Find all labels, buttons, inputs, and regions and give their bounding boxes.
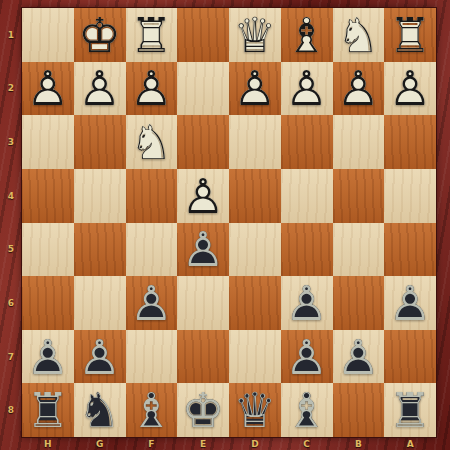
black-king[interactable]: ♚♔ xyxy=(177,383,229,437)
square-e3[interactable] xyxy=(177,115,229,169)
piece-glyph-outline: ♙ xyxy=(285,333,328,381)
square-c2[interactable]: ♟♙ xyxy=(281,62,333,116)
file-label-d: D xyxy=(229,437,281,450)
square-d5[interactable] xyxy=(229,223,281,277)
square-b8[interactable] xyxy=(333,383,385,437)
square-h4[interactable] xyxy=(22,169,74,223)
black-rook[interactable]: ♜♖ xyxy=(22,383,74,437)
square-b6[interactable] xyxy=(333,276,385,330)
black-bishop[interactable]: ♝♗ xyxy=(281,383,333,437)
rank-labels: 12345678 xyxy=(0,8,22,437)
square-f1[interactable]: ♜♖ xyxy=(126,8,178,62)
white-pawn[interactable]: ♟♙ xyxy=(281,62,333,116)
square-d6[interactable] xyxy=(229,276,281,330)
file-label-b: B xyxy=(333,437,385,450)
piece-glyph-outline: ♙ xyxy=(285,64,328,112)
square-h6[interactable] xyxy=(22,276,74,330)
square-e6[interactable] xyxy=(177,276,229,330)
square-c5[interactable] xyxy=(281,223,333,277)
square-a2[interactable]: ♟♙ xyxy=(384,62,436,116)
white-queen[interactable]: ♛♕ xyxy=(229,8,281,62)
black-pawn[interactable]: ♟♙ xyxy=(333,330,385,384)
square-e8[interactable]: ♚♔ xyxy=(177,383,229,437)
file-label-h: H xyxy=(22,437,74,450)
square-h2[interactable]: ♟♙ xyxy=(22,62,74,116)
file-label-a: A xyxy=(384,437,436,450)
square-f3[interactable]: ♞♘ xyxy=(126,115,178,169)
piece-glyph-outline: ♘ xyxy=(78,386,121,434)
square-g1[interactable]: ♚♔ xyxy=(74,8,126,62)
piece-glyph-outline: ♙ xyxy=(233,64,276,112)
white-pawn[interactable]: ♟♙ xyxy=(177,169,229,223)
square-e1[interactable] xyxy=(177,8,229,62)
square-b4[interactable] xyxy=(333,169,385,223)
black-pawn[interactable]: ♟♙ xyxy=(22,330,74,384)
square-g2[interactable]: ♟♙ xyxy=(74,62,126,116)
square-e5[interactable]: ♟♙ xyxy=(177,223,229,277)
white-pawn[interactable]: ♟♙ xyxy=(384,62,436,116)
piece-glyph-outline: ♙ xyxy=(337,333,380,381)
piece-glyph-outline: ♖ xyxy=(389,386,432,434)
piece-glyph-outline: ♕ xyxy=(233,386,276,434)
piece-glyph-outline: ♙ xyxy=(337,64,380,112)
rank-label-1: 1 xyxy=(0,8,22,62)
rank-label-8: 8 xyxy=(0,383,22,437)
piece-glyph-outline: ♘ xyxy=(130,118,173,166)
square-h3[interactable] xyxy=(22,115,74,169)
rank-label-6: 6 xyxy=(0,276,22,330)
square-g8[interactable]: ♞♘ xyxy=(74,383,126,437)
rank-label-4: 4 xyxy=(0,169,22,223)
black-pawn[interactable]: ♟♙ xyxy=(177,223,229,277)
piece-glyph-outline: ♙ xyxy=(78,333,121,381)
square-d1[interactable]: ♛♕ xyxy=(229,8,281,62)
black-bishop[interactable]: ♝♗ xyxy=(126,383,178,437)
square-a8[interactable]: ♜♖ xyxy=(384,383,436,437)
square-f5[interactable] xyxy=(126,223,178,277)
black-pawn[interactable]: ♟♙ xyxy=(281,276,333,330)
white-king[interactable]: ♚♔ xyxy=(74,8,126,62)
piece-glyph-outline: ♙ xyxy=(130,64,173,112)
black-rook[interactable]: ♜♖ xyxy=(384,383,436,437)
file-label-e: E xyxy=(177,437,229,450)
black-queen[interactable]: ♛♕ xyxy=(229,383,281,437)
square-a5[interactable] xyxy=(384,223,436,277)
square-b3[interactable] xyxy=(333,115,385,169)
piece-glyph-outline: ♙ xyxy=(182,225,225,273)
square-a3[interactable] xyxy=(384,115,436,169)
white-bishop[interactable]: ♝♗ xyxy=(281,8,333,62)
square-e2[interactable] xyxy=(177,62,229,116)
white-rook[interactable]: ♜♖ xyxy=(126,8,178,62)
square-f2[interactable]: ♟♙ xyxy=(126,62,178,116)
piece-glyph-outline: ♙ xyxy=(26,333,69,381)
piece-glyph-outline: ♘ xyxy=(337,11,380,59)
square-g4[interactable] xyxy=(74,169,126,223)
square-h5[interactable] xyxy=(22,223,74,277)
piece-glyph-outline: ♖ xyxy=(130,11,173,59)
square-b1[interactable]: ♞♘ xyxy=(333,8,385,62)
piece-glyph-outline: ♔ xyxy=(182,386,225,434)
square-c6[interactable]: ♟♙ xyxy=(281,276,333,330)
piece-glyph-outline: ♙ xyxy=(26,64,69,112)
piece-glyph-outline: ♙ xyxy=(285,279,328,327)
piece-glyph-outline: ♔ xyxy=(78,11,121,59)
square-g3[interactable] xyxy=(74,115,126,169)
square-d8[interactable]: ♛♕ xyxy=(229,383,281,437)
square-a4[interactable] xyxy=(384,169,436,223)
black-pawn[interactable]: ♟♙ xyxy=(281,330,333,384)
square-e7[interactable] xyxy=(177,330,229,384)
chess-board: ♚♔♜♖♛♕♝♗♞♘♜♖♟♙♟♙♟♙♟♙♟♙♟♙♟♙♞♘♟♙♟♙♟♙♟♙♟♙♟♙… xyxy=(22,8,436,437)
square-a7[interactable] xyxy=(384,330,436,384)
square-a6[interactable]: ♟♙ xyxy=(384,276,436,330)
square-f7[interactable] xyxy=(126,330,178,384)
square-c1[interactable]: ♝♗ xyxy=(281,8,333,62)
rank-label-2: 2 xyxy=(0,62,22,116)
square-b5[interactable] xyxy=(333,223,385,277)
square-b7[interactable]: ♟♙ xyxy=(333,330,385,384)
file-label-c: C xyxy=(281,437,333,450)
black-pawn[interactable]: ♟♙ xyxy=(74,330,126,384)
square-h7[interactable]: ♟♙ xyxy=(22,330,74,384)
square-c4[interactable] xyxy=(281,169,333,223)
white-knight[interactable]: ♞♘ xyxy=(126,115,178,169)
square-g6[interactable] xyxy=(74,276,126,330)
square-f8[interactable]: ♝♗ xyxy=(126,383,178,437)
black-pawn[interactable]: ♟♙ xyxy=(384,276,436,330)
square-h8[interactable]: ♜♖ xyxy=(22,383,74,437)
piece-glyph-outline: ♗ xyxy=(130,386,173,434)
square-c7[interactable]: ♟♙ xyxy=(281,330,333,384)
piece-glyph-outline: ♖ xyxy=(389,11,432,59)
white-pawn[interactable]: ♟♙ xyxy=(22,62,74,116)
square-f4[interactable] xyxy=(126,169,178,223)
piece-glyph-outline: ♙ xyxy=(389,64,432,112)
piece-glyph-outline: ♙ xyxy=(389,279,432,327)
white-pawn[interactable]: ♟♙ xyxy=(333,62,385,116)
board-frame: 12345678 ♚♔♜♖♛♕♝♗♞♘♜♖♟♙♟♙♟♙♟♙♟♙♟♙♟♙♞♘♟♙♟… xyxy=(0,0,450,450)
piece-glyph-outline: ♗ xyxy=(285,11,328,59)
file-labels: HGFEDCBA xyxy=(22,437,436,450)
square-d2[interactable]: ♟♙ xyxy=(229,62,281,116)
piece-glyph-outline: ♙ xyxy=(130,279,173,327)
square-e4[interactable]: ♟♙ xyxy=(177,169,229,223)
square-f6[interactable]: ♟♙ xyxy=(126,276,178,330)
square-d4[interactable] xyxy=(229,169,281,223)
square-d3[interactable] xyxy=(229,115,281,169)
black-knight[interactable]: ♞♘ xyxy=(74,383,126,437)
piece-glyph-outline: ♗ xyxy=(285,386,328,434)
file-label-f: F xyxy=(126,437,178,450)
rank-label-7: 7 xyxy=(0,330,22,384)
white-rook[interactable]: ♜♖ xyxy=(384,8,436,62)
square-b2[interactable]: ♟♙ xyxy=(333,62,385,116)
file-label-g: G xyxy=(74,437,126,450)
white-pawn[interactable]: ♟♙ xyxy=(229,62,281,116)
white-knight[interactable]: ♞♘ xyxy=(333,8,385,62)
square-g7[interactable]: ♟♙ xyxy=(74,330,126,384)
white-pawn[interactable]: ♟♙ xyxy=(74,62,126,116)
white-pawn[interactable]: ♟♙ xyxy=(126,62,178,116)
square-g5[interactable] xyxy=(74,223,126,277)
black-pawn[interactable]: ♟♙ xyxy=(126,276,178,330)
piece-glyph-outline: ♕ xyxy=(233,11,276,59)
square-h1[interactable] xyxy=(22,8,74,62)
rank-label-5: 5 xyxy=(0,223,22,277)
rank-label-3: 3 xyxy=(0,115,22,169)
piece-glyph-outline: ♙ xyxy=(182,172,225,220)
square-a1[interactable]: ♜♖ xyxy=(384,8,436,62)
square-c3[interactable] xyxy=(281,115,333,169)
piece-glyph-outline: ♖ xyxy=(26,386,69,434)
piece-glyph-outline: ♙ xyxy=(78,64,121,112)
square-c8[interactable]: ♝♗ xyxy=(281,383,333,437)
square-d7[interactable] xyxy=(229,330,281,384)
